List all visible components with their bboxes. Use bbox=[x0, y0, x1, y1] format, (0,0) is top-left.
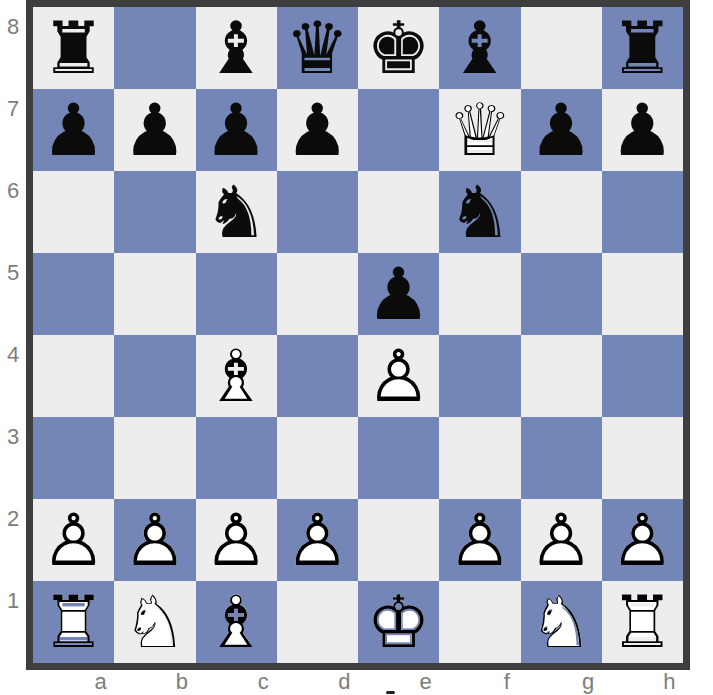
square-a8[interactable]: ♜ bbox=[33, 7, 114, 89]
rank-label-6: 6 bbox=[0, 171, 26, 253]
white-bishop[interactable]: ♝♗ bbox=[196, 335, 277, 417]
white-pawn-outline: ♙ bbox=[358, 335, 439, 417]
black-pawn[interactable]: ♟ bbox=[602, 89, 683, 171]
square-d7[interactable]: ♟ bbox=[277, 89, 358, 171]
cropped-ui-artifact bbox=[386, 691, 395, 694]
square-h6[interactable] bbox=[602, 171, 683, 253]
square-b4[interactable] bbox=[114, 335, 195, 417]
rank-label-3: 3 bbox=[0, 417, 26, 499]
square-b8[interactable] bbox=[114, 7, 195, 89]
square-d5[interactable] bbox=[277, 253, 358, 335]
black-pawn[interactable]: ♟ bbox=[521, 89, 602, 171]
white-rook[interactable]: ♜♖ bbox=[33, 581, 114, 663]
square-d3[interactable] bbox=[277, 417, 358, 499]
square-f5[interactable] bbox=[439, 253, 520, 335]
square-f4[interactable] bbox=[439, 335, 520, 417]
white-pawn[interactable]: ♟♙ bbox=[439, 499, 520, 581]
square-d1[interactable] bbox=[277, 581, 358, 663]
file-label-b: b bbox=[141, 668, 222, 695]
square-f8[interactable]: ♝ bbox=[439, 7, 520, 89]
white-pawn[interactable]: ♟♙ bbox=[33, 499, 114, 581]
white-pawn[interactable]: ♟♙ bbox=[196, 499, 277, 581]
white-pawn[interactable]: ♟♙ bbox=[358, 335, 439, 417]
board-squares: ♜♝♛♚♝♜♟♟♟♟♛♕♟♟♞♞♟♝♗♟♙♟♙♟♙♟♙♟♙♟♙♟♙♟♙♜♖♞♘♝… bbox=[33, 7, 683, 663]
black-pawn[interactable]: ♟ bbox=[114, 89, 195, 171]
square-g6[interactable] bbox=[521, 171, 602, 253]
file-label-e: e bbox=[385, 668, 466, 695]
square-b5[interactable] bbox=[114, 253, 195, 335]
square-d6[interactable] bbox=[277, 171, 358, 253]
square-b6[interactable] bbox=[114, 171, 195, 253]
white-pawn-outline: ♙ bbox=[602, 499, 683, 581]
square-a4[interactable] bbox=[33, 335, 114, 417]
square-b2[interactable]: ♟♙ bbox=[114, 499, 195, 581]
square-d8[interactable]: ♛ bbox=[277, 7, 358, 89]
square-a5[interactable] bbox=[33, 253, 114, 335]
white-bishop-outline: ♗ bbox=[196, 581, 277, 663]
square-d2[interactable]: ♟♙ bbox=[277, 499, 358, 581]
rank-label-2: 2 bbox=[0, 499, 26, 581]
square-e5[interactable]: ♟ bbox=[358, 253, 439, 335]
square-c3[interactable] bbox=[196, 417, 277, 499]
white-pawn[interactable]: ♟♙ bbox=[277, 499, 358, 581]
black-pawn[interactable]: ♟ bbox=[358, 253, 439, 335]
square-c1[interactable]: ♝♗ bbox=[196, 581, 277, 663]
square-f3[interactable] bbox=[439, 417, 520, 499]
square-g4[interactable] bbox=[521, 335, 602, 417]
square-h8[interactable]: ♜ bbox=[602, 7, 683, 89]
square-b1[interactable]: ♞♘ bbox=[114, 581, 195, 663]
file-label-h: h bbox=[629, 668, 710, 695]
square-h7[interactable]: ♟ bbox=[602, 89, 683, 171]
file-label-c: c bbox=[223, 668, 304, 695]
rank-label-1: 1 bbox=[0, 581, 26, 663]
square-e4[interactable]: ♟♙ bbox=[358, 335, 439, 417]
file-label-a: a bbox=[60, 668, 141, 695]
square-h5[interactable] bbox=[602, 253, 683, 335]
white-pawn-outline: ♙ bbox=[33, 499, 114, 581]
square-c4[interactable]: ♝♗ bbox=[196, 335, 277, 417]
square-f2[interactable]: ♟♙ bbox=[439, 499, 520, 581]
white-rook[interactable]: ♜♖ bbox=[602, 581, 683, 663]
rank-label-8: 8 bbox=[0, 7, 26, 89]
black-king[interactable]: ♚ bbox=[358, 7, 439, 89]
square-e1[interactable]: ♚♔ bbox=[358, 581, 439, 663]
white-pawn-outline: ♙ bbox=[277, 499, 358, 581]
black-knight[interactable]: ♞ bbox=[196, 171, 277, 253]
square-g5[interactable] bbox=[521, 253, 602, 335]
square-h1[interactable]: ♜♖ bbox=[602, 581, 683, 663]
white-knight-outline: ♘ bbox=[114, 581, 195, 663]
white-knight[interactable]: ♞♘ bbox=[521, 581, 602, 663]
square-e2[interactable] bbox=[358, 499, 439, 581]
file-label-g: g bbox=[548, 668, 629, 695]
square-a1[interactable]: ♜♖ bbox=[33, 581, 114, 663]
square-f7[interactable]: ♛♕ bbox=[439, 89, 520, 171]
file-labels: abcdefgh bbox=[33, 668, 683, 695]
square-e7[interactable] bbox=[358, 89, 439, 171]
file-label-d: d bbox=[304, 668, 385, 695]
white-pawn[interactable]: ♟♙ bbox=[114, 499, 195, 581]
file-label-f: f bbox=[466, 668, 547, 695]
square-h2[interactable]: ♟♙ bbox=[602, 499, 683, 581]
black-rook[interactable]: ♜ bbox=[602, 7, 683, 89]
white-queen[interactable]: ♛♕ bbox=[439, 89, 520, 171]
white-pawn-outline: ♙ bbox=[439, 499, 520, 581]
white-pawn-outline: ♙ bbox=[196, 499, 277, 581]
square-e6[interactable] bbox=[358, 171, 439, 253]
square-a6[interactable] bbox=[33, 171, 114, 253]
square-g2[interactable]: ♟♙ bbox=[521, 499, 602, 581]
square-c7[interactable]: ♟ bbox=[196, 89, 277, 171]
rank-labels: 87654321 bbox=[0, 7, 26, 663]
chess-board: ♜♝♛♚♝♜♟♟♟♟♛♕♟♟♞♞♟♝♗♟♙♟♙♟♙♟♙♟♙♟♙♟♙♟♙♜♖♞♘♝… bbox=[26, 0, 690, 670]
square-c2[interactable]: ♟♙ bbox=[196, 499, 277, 581]
square-b7[interactable]: ♟ bbox=[114, 89, 195, 171]
white-king[interactable]: ♚♔ bbox=[358, 581, 439, 663]
black-pawn[interactable]: ♟ bbox=[196, 89, 277, 171]
white-knight[interactable]: ♞♘ bbox=[114, 581, 195, 663]
square-e3[interactable] bbox=[358, 417, 439, 499]
black-bishop[interactable]: ♝ bbox=[196, 7, 277, 89]
square-f6[interactable]: ♞ bbox=[439, 171, 520, 253]
white-pawn[interactable]: ♟♙ bbox=[602, 499, 683, 581]
white-bishop[interactable]: ♝♗ bbox=[196, 581, 277, 663]
white-knight-outline: ♘ bbox=[521, 581, 602, 663]
square-b3[interactable] bbox=[114, 417, 195, 499]
rank-label-4: 4 bbox=[0, 335, 26, 417]
white-pawn[interactable]: ♟♙ bbox=[521, 499, 602, 581]
white-queen-outline: ♕ bbox=[439, 89, 520, 171]
square-g1[interactable]: ♞♘ bbox=[521, 581, 602, 663]
white-rook-outline: ♖ bbox=[602, 581, 683, 663]
rank-label-5: 5 bbox=[0, 253, 26, 335]
square-a2[interactable]: ♟♙ bbox=[33, 499, 114, 581]
square-g8[interactable] bbox=[521, 7, 602, 89]
square-c8[interactable]: ♝ bbox=[196, 7, 277, 89]
white-pawn-outline: ♙ bbox=[521, 499, 602, 581]
square-g7[interactable]: ♟ bbox=[521, 89, 602, 171]
black-pawn[interactable]: ♟ bbox=[33, 89, 114, 171]
square-a7[interactable]: ♟ bbox=[33, 89, 114, 171]
square-e8[interactable]: ♚ bbox=[358, 7, 439, 89]
chess-app-page: 87654321 ♜♝♛♚♝♜♟♟♟♟♛♕♟♟♞♞♟♝♗♟♙♟♙♟♙♟♙♟♙♟♙… bbox=[0, 0, 713, 695]
white-pawn-outline: ♙ bbox=[114, 499, 195, 581]
square-h3[interactable] bbox=[602, 417, 683, 499]
square-c5[interactable] bbox=[196, 253, 277, 335]
black-rook[interactable]: ♜ bbox=[33, 7, 114, 89]
black-bishop[interactable]: ♝ bbox=[439, 7, 520, 89]
square-g3[interactable] bbox=[521, 417, 602, 499]
black-knight[interactable]: ♞ bbox=[439, 171, 520, 253]
black-queen[interactable]: ♛ bbox=[277, 7, 358, 89]
white-king-outline: ♔ bbox=[358, 581, 439, 663]
square-h4[interactable] bbox=[602, 335, 683, 417]
square-a3[interactable] bbox=[33, 417, 114, 499]
rank-label-7: 7 bbox=[0, 89, 26, 171]
white-rook-outline: ♖ bbox=[33, 581, 114, 663]
square-d4[interactable] bbox=[277, 335, 358, 417]
square-f1[interactable] bbox=[439, 581, 520, 663]
white-bishop-outline: ♗ bbox=[196, 335, 277, 417]
square-c6[interactable]: ♞ bbox=[196, 171, 277, 253]
black-pawn[interactable]: ♟ bbox=[277, 89, 358, 171]
